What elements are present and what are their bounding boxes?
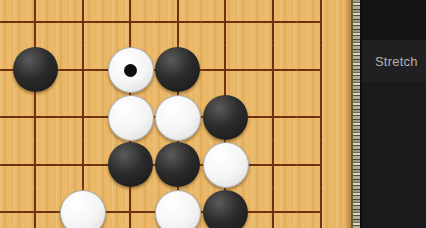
white-stone (155, 95, 201, 141)
board-point[interactable] (297, 46, 345, 94)
board-point[interactable] (106, 189, 154, 228)
board-point[interactable] (297, 93, 345, 141)
white-stone (155, 190, 201, 228)
panel-body (362, 82, 426, 228)
board-point[interactable] (0, 189, 11, 228)
board-point[interactable] (154, 141, 202, 189)
white-stone (108, 47, 154, 93)
board-point[interactable] (249, 141, 297, 189)
board-point[interactable] (59, 46, 107, 94)
app-window: Stretch (0, 0, 426, 228)
board-point[interactable] (0, 46, 11, 94)
board-point[interactable] (106, 141, 154, 189)
black-stone (155, 142, 200, 187)
white-stone (203, 142, 249, 188)
board-point[interactable] (11, 93, 59, 141)
go-grid (0, 0, 344, 228)
black-stone (108, 142, 153, 187)
board-point[interactable] (59, 141, 107, 189)
board-point[interactable] (59, 189, 107, 228)
board-point[interactable] (106, 93, 154, 141)
black-stone (203, 95, 248, 140)
board-point[interactable] (11, 46, 59, 94)
board-point[interactable] (59, 93, 107, 141)
board-point[interactable] (154, 46, 202, 94)
board-point[interactable] (0, 0, 11, 46)
black-stone (203, 190, 248, 228)
board-point[interactable] (106, 0, 154, 46)
board-point[interactable] (59, 0, 107, 46)
board-point[interactable] (249, 93, 297, 141)
board-point[interactable] (297, 141, 345, 189)
board-point[interactable] (202, 141, 250, 189)
board-point[interactable] (0, 141, 11, 189)
board-point[interactable] (202, 93, 250, 141)
white-stone (108, 95, 154, 141)
board-point[interactable] (11, 141, 59, 189)
board-point[interactable] (297, 0, 345, 46)
menu-item-stretch[interactable]: Stretch (362, 40, 426, 82)
black-stone (13, 47, 58, 92)
board-point[interactable] (154, 189, 202, 228)
board-point[interactable] (202, 189, 250, 228)
panel-spacer (362, 0, 426, 40)
board-point[interactable] (202, 0, 250, 46)
board-point[interactable] (249, 46, 297, 94)
board-point[interactable] (297, 189, 345, 228)
black-stone (155, 47, 200, 92)
menu-item-label: Stretch (375, 54, 418, 69)
white-stone (60, 190, 106, 228)
go-board[interactable] (0, 0, 351, 228)
board-edge-texture (351, 0, 362, 228)
board-point[interactable] (0, 93, 11, 141)
board-point[interactable] (154, 93, 202, 141)
board-point[interactable] (154, 0, 202, 46)
last-move-marker (124, 64, 137, 77)
board-point[interactable] (249, 189, 297, 228)
board-point[interactable] (202, 46, 250, 94)
side-panel: Stretch (362, 0, 426, 228)
board-point[interactable] (11, 189, 59, 228)
board-point[interactable] (249, 0, 297, 46)
board-point[interactable] (11, 0, 59, 46)
board-point[interactable] (106, 46, 154, 94)
